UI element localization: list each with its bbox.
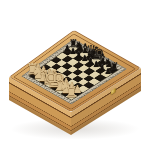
piece-white-rook[interactable]: ♜ bbox=[65, 85, 78, 100]
piece-black-pawn[interactable]: ♟ bbox=[104, 67, 112, 76]
chess-set-photo: ♜♞♝♛♚♝♞♜♟♟♟♟♟♟♟♟♟♟♟♟♟♟♟♟♜♞♝♛♚♝♞♜ bbox=[0, 0, 150, 150]
brass-latch bbox=[111, 87, 116, 95]
